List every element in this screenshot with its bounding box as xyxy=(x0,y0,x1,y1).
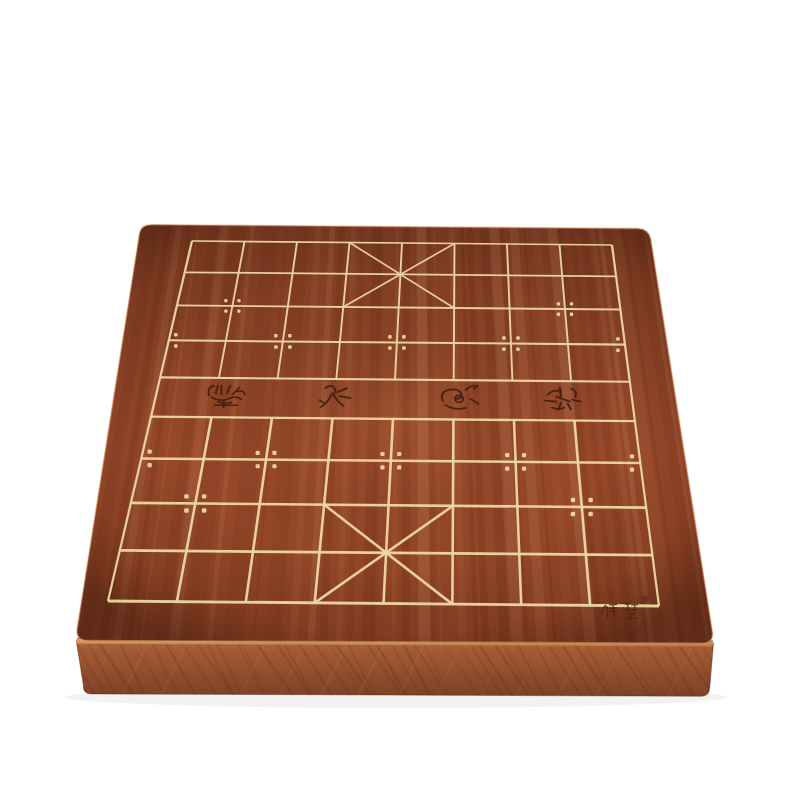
star-point-dot xyxy=(184,508,188,512)
star-point-dot xyxy=(571,512,575,516)
star-point-dot xyxy=(237,309,240,312)
star-point-dot xyxy=(388,335,392,339)
star-point-dot xyxy=(202,494,206,498)
glyph-stroke xyxy=(545,401,556,402)
star-point-dot xyxy=(274,334,278,338)
star-point-dot xyxy=(570,313,573,316)
star-point-dot xyxy=(516,336,520,340)
star-point-dot xyxy=(272,451,276,455)
star-point-dot xyxy=(174,344,178,348)
star-point-dot xyxy=(588,498,592,502)
star-point-dot xyxy=(570,302,573,305)
star-point-dot xyxy=(402,335,406,339)
registered-trademark-icon: ® xyxy=(641,596,649,605)
star-point-dot xyxy=(237,299,240,302)
star-point-dot xyxy=(522,453,526,457)
star-point-dot xyxy=(288,334,292,338)
star-point-dot xyxy=(224,309,227,312)
star-point-dot xyxy=(557,302,560,305)
star-point-dot xyxy=(502,347,506,351)
board-front-face xyxy=(65,641,773,700)
star-point-dot xyxy=(224,299,227,302)
star-point-dot xyxy=(397,465,401,469)
star-point-dot xyxy=(630,468,634,472)
grain-streak xyxy=(711,644,739,700)
star-point-dot xyxy=(272,464,276,468)
star-point-dot xyxy=(274,345,278,349)
star-point-dot xyxy=(557,313,560,316)
star-point-dot xyxy=(630,454,634,458)
star-point-dot xyxy=(516,347,520,351)
star-point-dot xyxy=(184,494,188,498)
file-line xyxy=(454,244,455,381)
star-point-dot xyxy=(522,466,526,470)
star-point-dot xyxy=(380,452,384,456)
star-point-dot xyxy=(588,512,592,516)
star-point-dot xyxy=(148,463,152,467)
glyph-stroke xyxy=(560,388,561,397)
star-point-dot xyxy=(256,451,260,455)
xiangqi-board-photo: ® xyxy=(0,0,800,800)
star-point-dot xyxy=(380,465,384,469)
grain-streak xyxy=(725,644,760,700)
grain-streak xyxy=(745,644,773,700)
star-point-dot xyxy=(616,348,620,352)
star-point-dot xyxy=(288,345,292,349)
star-point-dot xyxy=(174,333,178,337)
file-line xyxy=(452,419,453,604)
star-point-dot xyxy=(388,346,392,350)
star-point-dot xyxy=(502,336,506,340)
star-point-dot xyxy=(256,464,260,468)
star-point-dot xyxy=(202,508,206,512)
grain-streak xyxy=(711,644,738,700)
product-photo-stage: ® xyxy=(0,0,800,800)
star-point-dot xyxy=(397,452,401,456)
star-point-dot xyxy=(505,453,509,457)
star-point-dot xyxy=(571,498,575,502)
star-point-dot xyxy=(402,346,406,350)
star-point-dot xyxy=(148,450,152,454)
star-point-dot xyxy=(616,337,620,341)
star-point-dot xyxy=(505,466,509,470)
